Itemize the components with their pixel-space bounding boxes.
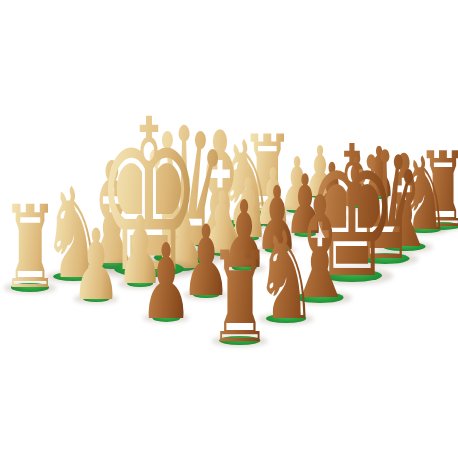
chess-set-product-photo: ♜♞♝♚♛♝♞♜♟♟♟♟♟♟♟♟♟♟♟♟♟♟♟♟♜♞♝♚♛♝♞♜: [0, 0, 458, 458]
light-rook-glyph: ♜: [1, 191, 58, 305]
pieces-layer: ♜♞♝♚♛♝♞♜♟♟♟♟♟♟♟♟♟♟♟♟♟♟♟♟♜♞♝♚♛♝♞♜: [0, 0, 458, 458]
dark-rook-glyph: ♜: [209, 235, 272, 360]
light-pawn-glyph: ♟: [71, 216, 120, 314]
dark-rook-1: ♜: [184, 235, 296, 341]
